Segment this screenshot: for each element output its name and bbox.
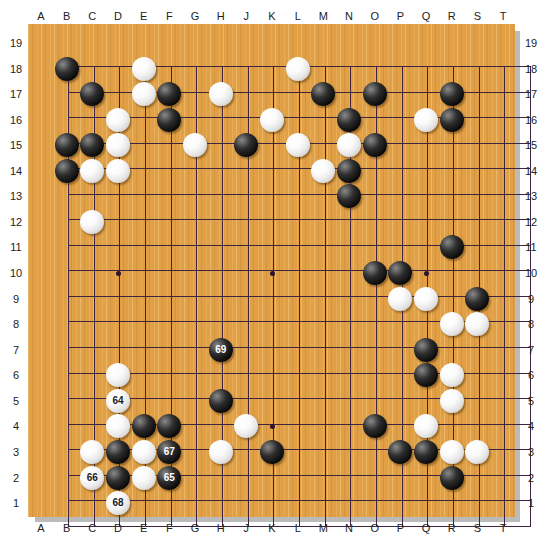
coord-label-col-top: M: [313, 9, 333, 23]
black-stone-O10: [363, 261, 387, 285]
move-number-label: 67: [164, 440, 175, 464]
black-stone-O17: [363, 82, 387, 106]
coord-label-col-top: D: [108, 9, 128, 23]
coord-label-col-bottom: H: [211, 521, 231, 535]
coord-label-col-bottom: S: [467, 521, 487, 535]
move-number-label: 68: [112, 491, 123, 515]
grid-cell[interactable]: [480, 399, 506, 425]
black-stone-D2: [106, 466, 130, 490]
black-stone-R16: [440, 108, 464, 132]
grid-cell[interactable]: [274, 348, 300, 374]
coord-label-row-right: 4: [518, 419, 544, 433]
coord-label-row-right: 18: [518, 62, 544, 76]
grid-cell[interactable]: [326, 399, 352, 425]
coord-label-col-top: K: [262, 9, 282, 23]
coord-label-col-bottom: J: [236, 521, 256, 535]
coord-label-row-right: 14: [518, 164, 544, 178]
coord-label-col-bottom: N: [339, 521, 359, 535]
grid-cell[interactable]: [274, 271, 300, 297]
grid-cell[interactable]: [300, 297, 326, 323]
coord-label-col-bottom: M: [313, 521, 333, 535]
grid-cell[interactable]: [480, 93, 506, 119]
white-stone-E3: [132, 440, 156, 464]
grid-cell[interactable]: [454, 144, 480, 170]
grid-cell[interactable]: [197, 169, 223, 195]
grid-cell[interactable]: [326, 425, 352, 451]
grid-cell[interactable]: [326, 220, 352, 246]
grid-cell[interactable]: [274, 297, 300, 323]
grid-cell[interactable]: [95, 322, 121, 348]
grid-cell[interactable]: [249, 322, 275, 348]
coord-label-row-right: 6: [518, 368, 544, 382]
move-number-label: 65: [164, 466, 175, 490]
black-stone-B15: [55, 133, 79, 157]
coord-label-col-bottom: K: [262, 521, 282, 535]
grid-cell[interactable]: [249, 220, 275, 246]
white-stone-R8: [440, 312, 464, 336]
coord-label-row-left: 13: [3, 189, 29, 203]
coord-label-col-top: L: [288, 9, 308, 23]
black-stone-H7: 69: [209, 338, 233, 362]
white-stone-E18: [132, 57, 156, 81]
grid-cell[interactable]: [454, 195, 480, 221]
white-stone-K16: [260, 108, 284, 132]
white-stone-C2: 66: [80, 466, 104, 490]
white-stone-E2: [132, 466, 156, 490]
grid-cell[interactable]: [249, 297, 275, 323]
grid-cell[interactable]: [377, 374, 403, 400]
grid-cell[interactable]: [480, 220, 506, 246]
coord-label-row-right: 12: [518, 215, 544, 229]
grid-cell[interactable]: [377, 322, 403, 348]
coord-label-row-left: 18: [3, 62, 29, 76]
grid-cell[interactable]: [146, 220, 172, 246]
grid-cell[interactable]: [351, 348, 377, 374]
grid-cell[interactable]: [146, 348, 172, 374]
grid-cell[interactable]: [69, 322, 95, 348]
grid-cell[interactable]: [377, 195, 403, 221]
grid-cell[interactable]: [351, 476, 377, 502]
black-stone-S9: [465, 287, 489, 311]
coord-label-row-right: 2: [518, 471, 544, 485]
white-stone-D16: [106, 108, 130, 132]
coord-label-col-top: B: [57, 9, 77, 23]
grid-cell[interactable]: [480, 246, 506, 272]
grid-cell[interactable]: [69, 399, 95, 425]
coord-label-col-bottom: L: [288, 521, 308, 535]
grid-cell[interactable]: [120, 271, 146, 297]
coord-label-col-bottom: B: [57, 521, 77, 535]
star-point: [270, 424, 275, 429]
grid-cell[interactable]: [146, 374, 172, 400]
grid-cell[interactable]: [480, 118, 506, 144]
grid-cell[interactable]: [223, 297, 249, 323]
grid-cell[interactable]: [146, 297, 172, 323]
grid-cell[interactable]: [480, 67, 506, 93]
grid-cell[interactable]: [69, 348, 95, 374]
coord-label-row-left: 7: [3, 343, 29, 357]
grid-cell[interactable]: [274, 399, 300, 425]
coord-label-row-right: 9: [518, 292, 544, 306]
black-stone-B14: [55, 159, 79, 183]
grid-cell[interactable]: [274, 246, 300, 272]
grid-cell[interactable]: [300, 195, 326, 221]
grid-cell[interactable]: [274, 322, 300, 348]
coord-label-row-right: 1: [518, 496, 544, 510]
coord-label-row-right: 10: [518, 266, 544, 280]
black-stone-F2: 65: [157, 466, 181, 490]
grid-cell[interactable]: [274, 476, 300, 502]
coord-label-col-bottom: F: [159, 521, 179, 535]
black-stone-B18: [55, 57, 79, 81]
white-stone-L15: [286, 133, 310, 157]
grid-cell[interactable]: [428, 195, 454, 221]
grid-cell[interactable]: [428, 169, 454, 195]
grid-cell[interactable]: [326, 246, 352, 272]
grid-cell[interactable]: [326, 322, 352, 348]
move-number-label: 64: [112, 389, 123, 413]
grid-cell[interactable]: [300, 348, 326, 374]
grid-cell[interactable]: [403, 220, 429, 246]
black-stone-N16: [337, 108, 361, 132]
black-stone-R2: [440, 466, 464, 490]
grid-cell[interactable]: [249, 246, 275, 272]
star-point: [116, 271, 121, 276]
grid-cell[interactable]: [146, 169, 172, 195]
grid-cell[interactable]: [172, 374, 198, 400]
grid-cell[interactable]: [300, 271, 326, 297]
grid-cell[interactable]: [326, 374, 352, 400]
grid-cell[interactable]: [326, 476, 352, 502]
grid-cell[interactable]: [120, 322, 146, 348]
coord-label-row-left: 16: [3, 113, 29, 127]
coord-label-col-top: A: [31, 9, 51, 23]
coord-label-col-top: F: [159, 9, 179, 23]
grid-cell[interactable]: [172, 348, 198, 374]
grid-cell[interactable]: [454, 169, 480, 195]
grid-cell[interactable]: [326, 450, 352, 476]
grid-cell[interactable]: [300, 476, 326, 502]
grid-cell[interactable]: [197, 246, 223, 272]
grid-cell[interactable]: [403, 144, 429, 170]
coord-label-col-bottom: P: [390, 521, 410, 535]
coord-label-row-right: 15: [518, 138, 544, 152]
white-stone-P9: [388, 287, 412, 311]
coord-label-col-bottom: Q: [416, 521, 436, 535]
grid-cell[interactable]: [377, 348, 403, 374]
grid-cell[interactable]: [223, 220, 249, 246]
coord-label-col-top: G: [185, 9, 205, 23]
black-stone-O15: [363, 133, 387, 157]
grid-cell[interactable]: [172, 271, 198, 297]
grid-cell[interactable]: [249, 67, 275, 93]
white-stone-L18: [286, 57, 310, 81]
grid-cell[interactable]: [351, 297, 377, 323]
grid-cell[interactable]: [300, 399, 326, 425]
grid-cell[interactable]: [172, 169, 198, 195]
coord-label-col-bottom: C: [82, 521, 102, 535]
white-stone-R3: [440, 440, 464, 464]
coord-label-row-left: 9: [3, 292, 29, 306]
coord-label-col-top: Q: [416, 9, 436, 23]
grid-cell[interactable]: [274, 220, 300, 246]
grid-cell[interactable]: [223, 195, 249, 221]
grid-cell[interactable]: [326, 348, 352, 374]
grid-cell[interactable]: [326, 297, 352, 323]
grid-cell[interactable]: [428, 144, 454, 170]
grid-cell[interactable]: [480, 169, 506, 195]
coord-label-row-left: 3: [3, 445, 29, 459]
grid-cell[interactable]: [95, 297, 121, 323]
coord-label-row-right: 17: [518, 87, 544, 101]
grid-cell[interactable]: [480, 476, 506, 502]
grid-cell[interactable]: [300, 374, 326, 400]
grid-cell[interactable]: [480, 348, 506, 374]
grid-cell[interactable]: [480, 144, 506, 170]
coord-label-col-top: O: [365, 9, 385, 23]
grid-cell[interactable]: [172, 322, 198, 348]
black-stone-F16: [157, 108, 181, 132]
grid-cell[interactable]: [274, 374, 300, 400]
grid-cell[interactable]: [146, 322, 172, 348]
coord-label-col-bottom: E: [134, 521, 154, 535]
grid-cell[interactable]: [326, 271, 352, 297]
black-stone-Q3: [414, 440, 438, 464]
coord-label-row-left: 6: [3, 368, 29, 382]
grid-cell[interactable]: [351, 322, 377, 348]
grid-cell[interactable]: [223, 246, 249, 272]
move-number-label: 66: [87, 466, 98, 490]
grid-cell[interactable]: [403, 195, 429, 221]
black-stone-O4: [363, 414, 387, 438]
coord-label-col-top: P: [390, 9, 410, 23]
black-stone-R17: [440, 82, 464, 106]
black-stone-D3: [106, 440, 130, 464]
black-stone-K3: [260, 440, 284, 464]
grid-cell[interactable]: [95, 246, 121, 272]
coord-label-col-bottom: D: [108, 521, 128, 535]
grid-cell[interactable]: [351, 374, 377, 400]
grid-cell[interactable]: [120, 246, 146, 272]
coord-label-col-top: H: [211, 9, 231, 23]
black-stone-Q7: [414, 338, 438, 362]
grid-cell[interactable]: [300, 322, 326, 348]
grid-cell[interactable]: [146, 195, 172, 221]
white-stone-D14: [106, 159, 130, 183]
coord-label-col-top: J: [236, 9, 256, 23]
white-stone-R5: [440, 389, 464, 413]
coord-label-row-right: 13: [518, 189, 544, 203]
coord-label-col-top: C: [82, 9, 102, 23]
coord-label-row-left: 10: [3, 266, 29, 280]
grid-cell[interactable]: [172, 220, 198, 246]
grid-cell[interactable]: [480, 195, 506, 221]
grid-cell[interactable]: [403, 169, 429, 195]
coord-label-col-top: R: [442, 9, 462, 23]
grid-cell[interactable]: [197, 220, 223, 246]
coord-label-row-right: 19: [518, 36, 544, 50]
grid-cell[interactable]: [172, 195, 198, 221]
grid-cell[interactable]: [172, 297, 198, 323]
grid-cell[interactable]: [249, 348, 275, 374]
grid-cell[interactable]: [69, 374, 95, 400]
coord-label-row-left: 19: [3, 36, 29, 50]
coord-label-row-right: 8: [518, 317, 544, 331]
grid-cell[interactable]: [249, 195, 275, 221]
grid-cell[interactable]: [300, 220, 326, 246]
coord-label-row-left: 5: [3, 394, 29, 408]
coord-label-col-bottom: A: [31, 521, 51, 535]
coord-label-col-bottom: G: [185, 521, 205, 535]
white-stone-Q9: [414, 287, 438, 311]
grid-cell[interactable]: [403, 476, 429, 502]
white-stone-E17: [132, 82, 156, 106]
coord-label-row-right: 3: [518, 445, 544, 459]
grid-cell[interactable]: [249, 169, 275, 195]
grid-cell[interactable]: [274, 195, 300, 221]
move-number-label: 69: [215, 338, 226, 362]
grid-cell[interactable]: [223, 271, 249, 297]
grid-cell[interactable]: [120, 297, 146, 323]
go-board-app: 696765646668 ABCDEFGHJKLMNOPQRST ABCDEFG…: [0, 0, 550, 550]
coord-label-row-left: 15: [3, 138, 29, 152]
coord-label-col-top: S: [467, 9, 487, 23]
grid-cell[interactable]: [197, 271, 223, 297]
white-stone-D5: 64: [106, 389, 130, 413]
grid-cell[interactable]: [377, 220, 403, 246]
grid-cell[interactable]: [351, 450, 377, 476]
white-stone-D1: 68: [106, 491, 130, 515]
white-stone-R6: [440, 363, 464, 387]
coord-label-col-bottom: O: [365, 521, 385, 535]
grid-cell[interactable]: [274, 169, 300, 195]
coord-label-row-left: 12: [3, 215, 29, 229]
coord-label-row-left: 17: [3, 87, 29, 101]
coord-label-col-top: N: [339, 9, 359, 23]
black-stone-E4: [132, 414, 156, 438]
grid-cell[interactable]: [249, 476, 275, 502]
grid-cell[interactable]: [249, 374, 275, 400]
white-stone-M14: [311, 159, 335, 183]
grid-cell[interactable]: [69, 297, 95, 323]
white-stone-H17: [209, 82, 233, 106]
coord-label-row-left: 2: [3, 471, 29, 485]
coord-label-row-left: 11: [3, 240, 29, 254]
grid-cell[interactable]: [120, 220, 146, 246]
coord-label-row-left: 14: [3, 164, 29, 178]
white-stone-C14: [80, 159, 104, 183]
coord-label-col-bottom: R: [442, 521, 462, 535]
star-point: [424, 271, 429, 276]
grid-cell[interactable]: [197, 297, 223, 323]
grid-cell[interactable]: [197, 195, 223, 221]
grid-cell[interactable]: [300, 450, 326, 476]
coord-label-row-left: 8: [3, 317, 29, 331]
grid-cell[interactable]: [403, 67, 429, 93]
coord-label-row-right: 5: [518, 394, 544, 408]
grid-cell[interactable]: [480, 374, 506, 400]
grid-cell[interactable]: [146, 144, 172, 170]
grid-cell[interactable]: [377, 169, 403, 195]
grid-cell[interactable]: [300, 246, 326, 272]
black-stone-N14: [337, 159, 361, 183]
grid-cell[interactable]: [120, 195, 146, 221]
white-stone-H3: [209, 440, 233, 464]
coord-label-row-right: 11: [518, 240, 544, 254]
coord-label-row-left: 4: [3, 419, 29, 433]
grid-cell[interactable]: [197, 476, 223, 502]
star-point: [270, 271, 275, 276]
grid-cell[interactable]: [146, 271, 172, 297]
grid-cell[interactable]: [172, 246, 198, 272]
coord-label-col-top: T: [493, 9, 513, 23]
white-stone-Q16: [414, 108, 438, 132]
grid-cell[interactable]: [351, 220, 377, 246]
grid-cell[interactable]: [223, 169, 249, 195]
black-stone-H5: [209, 389, 233, 413]
coord-label-row-right: 7: [518, 343, 544, 357]
grid-cell[interactable]: [300, 425, 326, 451]
coord-label-row-right: 16: [518, 113, 544, 127]
grid-cell[interactable]: [69, 271, 95, 297]
coord-label-col-bottom: T: [493, 521, 513, 535]
grid-cell[interactable]: [69, 246, 95, 272]
grid-cell[interactable]: [146, 246, 172, 272]
grid-cell[interactable]: [223, 476, 249, 502]
coord-label-col-top: E: [134, 9, 154, 23]
coord-label-row-left: 1: [3, 496, 29, 510]
grid-cell[interactable]: [377, 476, 403, 502]
